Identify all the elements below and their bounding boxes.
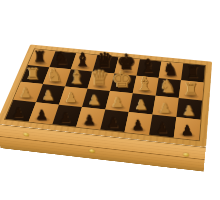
piece-light-knight: ♞ [155,77,179,95]
square: ♜ [179,80,204,100]
piece-dark-pawn: ♟ [149,120,175,134]
box-seam [0,136,205,160]
piece-dark-rook: ♜ [181,64,205,80]
chess-box-top: ♜♞♝♛♚♝♞♜♜♞♝♛♚♝♞♜♟♟♟♟♟♟♟♟♟♟♟♟♟♟♟♟ [0,44,212,147]
piece-light-pawn: ♟ [36,89,60,102]
chess-set-photo: ♜♞♝♛♚♝♞♜♜♞♝♛♚♝♞♜♟♟♟♟♟♟♟♟♟♟♟♟♟♟♟♟ Hand-ca… [0,0,220,200]
square: ♞ [156,78,181,98]
piece-light-bishop: ♝ [65,67,89,86]
brass-clasp-icon [89,149,94,153]
square: ♟ [176,98,202,120]
piece-dark-pawn: ♟ [76,113,102,127]
piece-dark-pawn: ♟ [52,110,77,124]
piece-light-pawn: ♟ [176,103,201,117]
piece-light-pawn: ♟ [13,86,37,99]
piece-light-bishop: ♝ [132,74,156,93]
square: ♟ [174,117,201,140]
square: ♝ [133,76,159,96]
piece-light-king: ♚ [110,69,134,91]
chess-board: ♜♞♝♛♚♝♞♜♜♞♝♛♚♝♞♜♟♟♟♟♟♟♟♟♟♟♟♟♟♟♟♟ [5,49,205,140]
brass-clasp-icon [23,133,29,137]
square: ♟ [149,115,176,138]
piece-light-rook: ♜ [21,66,45,82]
scene: ♜♞♝♛♚♝♞♜♜♞♝♛♚♝♞♜♟♟♟♟♟♟♟♟♟♟♟♟♟♟♟♟ [0,0,220,200]
piece-light-queen: ♛ [87,68,111,89]
piece-light-pawn: ♟ [105,96,130,109]
piece-light-knight: ♞ [43,66,67,84]
piece-dark-rook: ♜ [28,50,51,65]
piece-light-pawn: ♟ [128,98,153,111]
piece-dark-pawn: ♟ [100,115,126,129]
piece-light-pawn: ♟ [59,91,84,104]
piece-dark-pawn: ♟ [28,108,53,122]
piece-dark-pawn: ♟ [124,118,150,132]
piece-dark-pawn: ♟ [5,105,30,119]
square: ♟ [152,96,178,117]
piece-light-rook: ♜ [178,82,202,98]
square: ♟ [129,93,156,114]
piece-light-pawn: ♟ [152,101,177,115]
piece-light-pawn: ♟ [82,93,107,106]
piece-dark-pawn: ♟ [173,123,199,137]
